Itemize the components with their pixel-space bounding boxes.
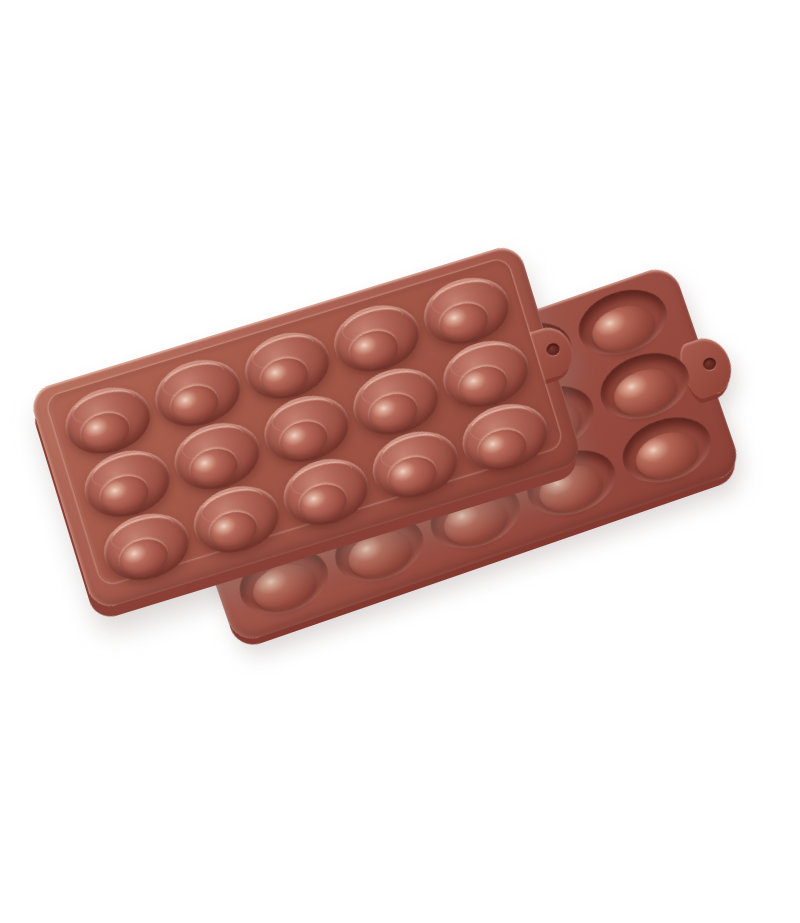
cavity-ball: [342, 524, 416, 585]
dome-dimple: [295, 479, 352, 527]
cavity-ball: [630, 425, 704, 486]
cavity-ball: [247, 557, 321, 618]
dome-bump: [275, 449, 377, 536]
dome-dimple: [384, 452, 441, 500]
dome-dimple: [96, 471, 153, 519]
dome-bump: [96, 504, 198, 591]
dome-dimple: [455, 361, 512, 409]
dome-dimple: [166, 381, 223, 429]
dome-dimple: [435, 298, 492, 346]
dome-dimple: [186, 444, 243, 492]
product-photo-canvas: [0, 0, 800, 923]
dome-dimple: [115, 534, 172, 582]
tab-hole: [701, 356, 717, 372]
dome-dimple: [474, 425, 531, 473]
tab-hole: [545, 342, 561, 357]
dome-dimple: [346, 326, 403, 374]
cavity-ball: [608, 361, 682, 422]
dome-dimple: [275, 416, 332, 464]
cavity-ball: [586, 298, 660, 359]
dome-dimple: [365, 389, 422, 437]
dome-dimple: [77, 408, 134, 456]
dome-bump: [185, 476, 287, 563]
dome-dimple: [256, 353, 313, 401]
dome-dimple: [205, 507, 262, 555]
